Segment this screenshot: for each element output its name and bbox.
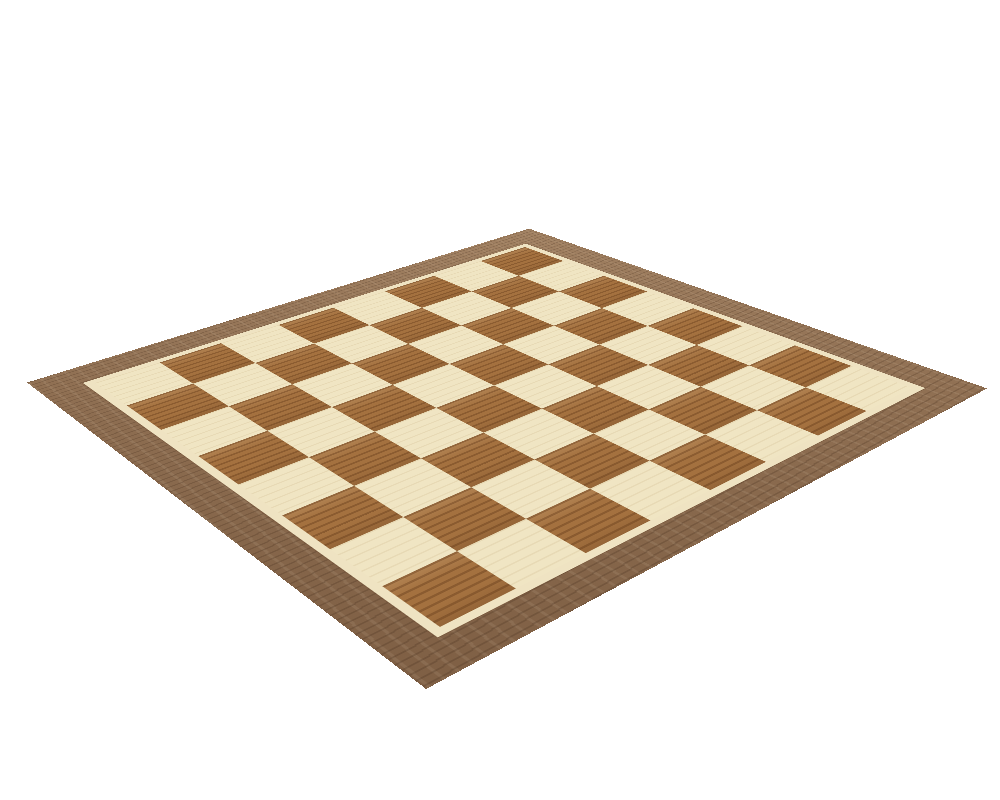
board-squares [95, 247, 912, 627]
chess-board [27, 229, 987, 689]
chess-set-photo: ♜♞♝♛♚♝♞♜♟♟♟♟♟♟♟♟♟♟♟♟♟♟♟♟♜♞♝♛♚♝♞♜ [0, 0, 1000, 800]
